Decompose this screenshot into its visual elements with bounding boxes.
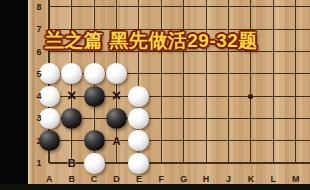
column-coordinate-A: A: [41, 174, 57, 184]
row-coordinate-5: 5: [31, 69, 47, 79]
letter-label-B1: B: [68, 158, 76, 169]
board-intersection-H4[interactable]: [195, 85, 217, 107]
board-intersection-N8[interactable]: [307, 0, 310, 18]
board-intersection-N3[interactable]: [307, 107, 310, 129]
white-stone-E4[interactable]: [128, 86, 149, 107]
row-coordinate-1: 1: [31, 158, 47, 168]
board-intersection-G4[interactable]: [172, 85, 194, 107]
board-intersection-F8[interactable]: [150, 0, 172, 18]
letterbox-bottom-bar: [0, 184, 310, 190]
go-problem-screenshot: ××AB87654321ABCDEFGHJKLM 兰之篇 黑先做活29-32题: [0, 0, 310, 190]
row-coordinate-2: 2: [31, 136, 47, 146]
column-coordinate-B: B: [64, 174, 80, 184]
board-intersection-M1[interactable]: [284, 152, 306, 174]
board-intersection-M8[interactable]: [284, 0, 306, 18]
board-intersection-N4[interactable]: [307, 85, 310, 107]
row-coordinate-8: 8: [31, 2, 47, 12]
row-coordinate-3: 3: [31, 113, 47, 123]
board-intersection-K5[interactable]: [240, 63, 262, 85]
board-intersection-B2[interactable]: [60, 130, 82, 152]
white-stone-C1[interactable]: [84, 153, 105, 174]
board-intersection-N7[interactable]: [307, 18, 310, 40]
white-stone-E1[interactable]: [128, 153, 149, 174]
board-intersection-M4[interactable]: [284, 85, 306, 107]
black-stone-B3[interactable]: [61, 108, 82, 129]
column-coordinate-F: F: [153, 174, 169, 184]
column-coordinate-G: G: [176, 174, 192, 184]
board-intersection-M5[interactable]: [284, 63, 306, 85]
board-intersection-H2[interactable]: [195, 130, 217, 152]
board-intersection-L4[interactable]: [262, 85, 284, 107]
board-intersection-M6[interactable]: [284, 40, 306, 62]
board-intersection-G5[interactable]: [172, 63, 194, 85]
column-coordinate-M: M: [288, 174, 304, 184]
column-coordinate-J: J: [221, 174, 237, 184]
board-intersection-J4[interactable]: [217, 85, 239, 107]
board-intersection-J1[interactable]: [217, 152, 239, 174]
column-coordinate-C: C: [86, 174, 102, 184]
board-intersection-F4[interactable]: [150, 85, 172, 107]
board-intersection-F5[interactable]: [150, 63, 172, 85]
board-intersection-J2[interactable]: [217, 130, 239, 152]
board-intersection-L6[interactable]: [262, 40, 284, 62]
column-coordinate-L: L: [265, 174, 281, 184]
board-intersection-M3[interactable]: [284, 107, 306, 129]
letterbox-left-bar: [0, 0, 28, 190]
board-intersection-K1[interactable]: [240, 152, 262, 174]
board-intersection-N6[interactable]: [307, 40, 310, 62]
board-intersection-B8[interactable]: [60, 0, 82, 18]
board-intersection-E8[interactable]: [128, 0, 150, 18]
column-coordinate-H: H: [198, 174, 214, 184]
board-intersection-C3[interactable]: [83, 107, 105, 129]
board-intersection-F2[interactable]: [150, 130, 172, 152]
row-coordinate-4: 4: [31, 91, 47, 101]
board-intersection-J3[interactable]: [217, 107, 239, 129]
board-intersection-H1[interactable]: [195, 152, 217, 174]
column-coordinate-K: K: [243, 174, 259, 184]
board-intersection-C8[interactable]: [83, 0, 105, 18]
board-intersection-L8[interactable]: [262, 0, 284, 18]
black-stone-C4[interactable]: [84, 86, 105, 107]
board-intersection-J8[interactable]: [217, 0, 239, 18]
white-stone-C5[interactable]: [84, 63, 105, 84]
board-intersection-G2[interactable]: [172, 130, 194, 152]
board-intersection-N1[interactable]: [307, 152, 310, 174]
column-coordinate-E: E: [131, 174, 147, 184]
board-intersection-N5[interactable]: [307, 63, 310, 85]
board-intersection-L1[interactable]: [262, 152, 284, 174]
board-intersection-G3[interactable]: [172, 107, 194, 129]
board-intersection-M2[interactable]: [284, 130, 306, 152]
board-intersection-K3[interactable]: [240, 107, 262, 129]
board-intersection-H5[interactable]: [195, 63, 217, 85]
board-intersection-M7[interactable]: [284, 18, 306, 40]
board-intersection-N2[interactable]: [307, 130, 310, 152]
go-board-grid: [38, 0, 310, 174]
board-intersection-G8[interactable]: [172, 0, 194, 18]
board-intersection-L3[interactable]: [262, 107, 284, 129]
board-intersection-D1[interactable]: [105, 152, 127, 174]
board-intersection-H8[interactable]: [195, 0, 217, 18]
black-stone-C2[interactable]: [84, 130, 105, 151]
x-mark-D4: ×: [112, 88, 121, 104]
board-intersection-K2[interactable]: [240, 130, 262, 152]
board-intersection-K8[interactable]: [240, 0, 262, 18]
board-intersection-J5[interactable]: [217, 63, 239, 85]
letter-label-D2: A: [113, 135, 121, 146]
board-intersection-F1[interactable]: [150, 152, 172, 174]
board-intersection-H3[interactable]: [195, 107, 217, 129]
board-intersection-F3[interactable]: [150, 107, 172, 129]
board-intersection-L7[interactable]: [262, 18, 284, 40]
board-intersection-G1[interactable]: [172, 152, 194, 174]
board-intersection-D8[interactable]: [105, 0, 127, 18]
board-intersection-L2[interactable]: [262, 130, 284, 152]
black-stone-D3[interactable]: [106, 108, 127, 129]
column-coordinate-D: D: [109, 174, 125, 184]
x-mark-B4: ×: [67, 88, 76, 104]
board-intersection-E5[interactable]: [128, 63, 150, 85]
board-intersection-L5[interactable]: [262, 63, 284, 85]
problem-title: 兰之篇 黑先做活29-32题: [45, 28, 258, 54]
